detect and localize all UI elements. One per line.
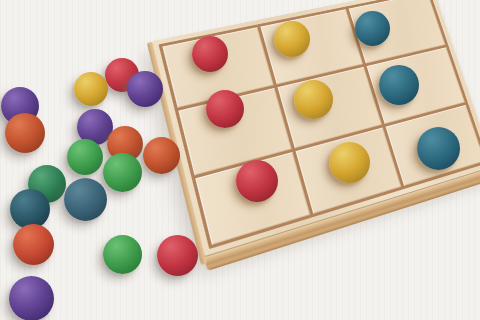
loose-ball-16-red[interactable] bbox=[157, 235, 198, 276]
board-ball-r3c1-red[interactable] bbox=[236, 160, 278, 202]
loose-ball-9-green[interactable] bbox=[67, 139, 103, 175]
loose-ball-15-green[interactable] bbox=[103, 235, 142, 274]
loose-ball-14-vermillion[interactable] bbox=[13, 224, 54, 265]
board-ball-r1c1-red[interactable] bbox=[192, 36, 228, 72]
loose-ball-17-purple[interactable] bbox=[9, 276, 54, 320]
photo-scene bbox=[0, 0, 480, 320]
board-ball-r2c1-red[interactable] bbox=[206, 90, 244, 128]
loose-ball-6-orange[interactable] bbox=[5, 113, 45, 153]
loose-ball-10-green[interactable] bbox=[103, 153, 142, 192]
loose-ball-8-orange[interactable] bbox=[143, 137, 180, 174]
board-ball-r3c3-teal[interactable] bbox=[417, 127, 460, 170]
board-ball-r2c2-yellow[interactable] bbox=[294, 80, 333, 119]
loose-ball-12-slate[interactable] bbox=[64, 178, 107, 221]
board-ball-r2c3-teal[interactable] bbox=[379, 65, 419, 105]
board-ball-r1c2-yellow[interactable] bbox=[274, 21, 310, 57]
board-ball-r3c2-yellow[interactable] bbox=[329, 142, 370, 183]
loose-ball-2-yellow[interactable] bbox=[74, 72, 108, 106]
loose-ball-3-purple[interactable] bbox=[127, 71, 163, 107]
loose-ball-13-darkteal[interactable] bbox=[10, 189, 50, 229]
board-ball-r1c3-teal[interactable] bbox=[355, 11, 390, 46]
